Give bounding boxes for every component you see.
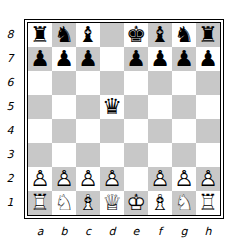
square-a4[interactable] (28, 119, 52, 143)
square-c1[interactable]: ♝♗ (76, 191, 100, 215)
white-knight: ♞♘ (52, 191, 76, 215)
square-f7[interactable]: ♟ (148, 47, 172, 71)
piece-glyph: ♝ (148, 23, 172, 47)
white-bishop: ♝♗ (148, 191, 172, 215)
square-b1[interactable]: ♞♘ (52, 191, 76, 215)
square-h7[interactable]: ♟ (196, 47, 220, 71)
piece-glyph: ♟ (172, 47, 196, 71)
rank-labels: 87654321 (2, 23, 18, 215)
chess-board-frame: ♜♞♝♚♝♞♜♟♟♟♟♟♟♟♛♟♙♟♙♟♙♟♙♟♙♟♙♟♙♜♖♞♘♝♗♛♕♚♔♝… (24, 19, 224, 219)
square-c2[interactable]: ♟♙ (76, 167, 100, 191)
piece-glyph: ♟ (28, 47, 52, 71)
square-a7[interactable]: ♟ (28, 47, 52, 71)
piece-glyph: ♘ (172, 191, 196, 215)
rank-label-7: 7 (2, 47, 18, 71)
black-pawn: ♟ (76, 47, 100, 71)
square-d5[interactable]: ♛ (100, 95, 124, 119)
file-label-b: b (52, 223, 76, 241)
square-g5[interactable] (172, 95, 196, 119)
piece-glyph: ♟ (124, 47, 148, 71)
black-pawn: ♟ (52, 47, 76, 71)
piece-glyph: ♔ (124, 191, 148, 215)
piece-glyph: ♟ (196, 47, 220, 71)
square-h1[interactable]: ♜♖ (196, 191, 220, 215)
piece-glyph: ♗ (148, 191, 172, 215)
piece-glyph: ♜ (196, 23, 220, 47)
white-pawn: ♟♙ (28, 167, 52, 191)
rank-label-2: 2 (2, 167, 18, 191)
square-a8[interactable]: ♜ (28, 23, 52, 47)
piece-glyph: ♚ (124, 23, 148, 47)
square-c3[interactable] (76, 143, 100, 167)
square-b5[interactable] (52, 95, 76, 119)
square-h8[interactable]: ♜ (196, 23, 220, 47)
piece-glyph: ♙ (172, 167, 196, 191)
piece-glyph: ♕ (100, 191, 124, 215)
square-b3[interactable] (52, 143, 76, 167)
square-d4[interactable] (100, 119, 124, 143)
square-f2[interactable]: ♟♙ (148, 167, 172, 191)
file-label-d: d (100, 223, 124, 241)
piece-glyph: ♙ (196, 167, 220, 191)
file-labels: abcdefgh (28, 223, 220, 241)
square-e5[interactable] (124, 95, 148, 119)
square-g8[interactable]: ♞ (172, 23, 196, 47)
chess-diagram: 87654321 ♜♞♝♚♝♞♜♟♟♟♟♟♟♟♛♟♙♟♙♟♙♟♙♟♙♟♙♟♙♜♖… (0, 0, 248, 248)
file-label-g: g (172, 223, 196, 241)
rank-label-8: 8 (2, 23, 18, 47)
square-h5[interactable] (196, 95, 220, 119)
square-h4[interactable] (196, 119, 220, 143)
black-pawn: ♟ (148, 47, 172, 71)
square-g4[interactable] (172, 119, 196, 143)
piece-glyph: ♗ (76, 191, 100, 215)
square-e4[interactable] (124, 119, 148, 143)
white-pawn: ♟♙ (196, 167, 220, 191)
piece-glyph: ♟ (52, 47, 76, 71)
piece-glyph: ♙ (76, 167, 100, 191)
white-pawn: ♟♙ (148, 167, 172, 191)
black-pawn: ♟ (124, 47, 148, 71)
white-bishop: ♝♗ (76, 191, 100, 215)
square-e2[interactable] (124, 167, 148, 191)
piece-glyph: ♛ (100, 95, 124, 119)
square-b8[interactable]: ♞ (52, 23, 76, 47)
white-queen: ♛♕ (100, 191, 124, 215)
piece-glyph: ♙ (52, 167, 76, 191)
square-f4[interactable] (148, 119, 172, 143)
white-pawn: ♟♙ (100, 167, 124, 191)
square-e7[interactable]: ♟ (124, 47, 148, 71)
square-h3[interactable] (196, 143, 220, 167)
white-pawn: ♟♙ (172, 167, 196, 191)
piece-glyph: ♞ (172, 23, 196, 47)
rank-label-6: 6 (2, 71, 18, 95)
square-c8[interactable]: ♝ (76, 23, 100, 47)
square-d6[interactable] (100, 71, 124, 95)
square-d8[interactable] (100, 23, 124, 47)
square-b6[interactable] (52, 71, 76, 95)
square-c7[interactable]: ♟ (76, 47, 100, 71)
square-g3[interactable] (172, 143, 196, 167)
file-label-f: f (148, 223, 172, 241)
black-bishop: ♝ (148, 23, 172, 47)
square-f1[interactable]: ♝♗ (148, 191, 172, 215)
square-h6[interactable] (196, 71, 220, 95)
rank-label-1: 1 (2, 191, 18, 215)
square-f6[interactable] (148, 71, 172, 95)
piece-glyph: ♙ (28, 167, 52, 191)
white-pawn: ♟♙ (76, 167, 100, 191)
square-c6[interactable] (76, 71, 100, 95)
white-pawn: ♟♙ (52, 167, 76, 191)
square-e6[interactable] (124, 71, 148, 95)
square-b7[interactable]: ♟ (52, 47, 76, 71)
square-f3[interactable] (148, 143, 172, 167)
square-d1[interactable]: ♛♕ (100, 191, 124, 215)
chess-board: ♜♞♝♚♝♞♜♟♟♟♟♟♟♟♛♟♙♟♙♟♙♟♙♟♙♟♙♟♙♜♖♞♘♝♗♛♕♚♔♝… (27, 22, 221, 216)
piece-glyph: ♟ (148, 47, 172, 71)
black-pawn: ♟ (172, 47, 196, 71)
file-label-a: a (28, 223, 52, 241)
square-a2[interactable]: ♟♙ (28, 167, 52, 191)
rank-label-4: 4 (2, 119, 18, 143)
piece-glyph: ♝ (76, 23, 100, 47)
piece-glyph: ♙ (148, 167, 172, 191)
square-e8[interactable]: ♚ (124, 23, 148, 47)
square-e1[interactable]: ♚♔ (124, 191, 148, 215)
white-rook: ♜♖ (28, 191, 52, 215)
black-queen: ♛ (100, 95, 124, 119)
piece-glyph: ♞ (52, 23, 76, 47)
square-g2[interactable]: ♟♙ (172, 167, 196, 191)
square-c4[interactable] (76, 119, 100, 143)
piece-glyph: ♜ (28, 23, 52, 47)
black-knight: ♞ (52, 23, 76, 47)
black-bishop: ♝ (76, 23, 100, 47)
piece-glyph: ♖ (196, 191, 220, 215)
square-d2[interactable]: ♟♙ (100, 167, 124, 191)
piece-glyph: ♖ (28, 191, 52, 215)
piece-glyph: ♘ (52, 191, 76, 215)
square-g6[interactable] (172, 71, 196, 95)
black-knight: ♞ (172, 23, 196, 47)
black-pawn: ♟ (196, 47, 220, 71)
rank-label-5: 5 (2, 95, 18, 119)
square-g7[interactable]: ♟ (172, 47, 196, 71)
file-label-e: e (124, 223, 148, 241)
square-a1[interactable]: ♜♖ (28, 191, 52, 215)
square-d7[interactable] (100, 47, 124, 71)
square-f8[interactable]: ♝ (148, 23, 172, 47)
black-rook: ♜ (28, 23, 52, 47)
square-f5[interactable] (148, 95, 172, 119)
white-knight: ♞♘ (172, 191, 196, 215)
white-rook: ♜♖ (196, 191, 220, 215)
white-king: ♚♔ (124, 191, 148, 215)
piece-glyph: ♙ (100, 167, 124, 191)
square-b2[interactable]: ♟♙ (52, 167, 76, 191)
black-pawn: ♟ (28, 47, 52, 71)
black-king: ♚ (124, 23, 148, 47)
piece-glyph: ♟ (76, 47, 100, 71)
square-e3[interactable] (124, 143, 148, 167)
square-d3[interactable] (100, 143, 124, 167)
file-label-h: h (196, 223, 220, 241)
square-a5[interactable] (28, 95, 52, 119)
rank-label-3: 3 (2, 143, 18, 167)
square-a3[interactable] (28, 143, 52, 167)
black-rook: ♜ (196, 23, 220, 47)
square-c5[interactable] (76, 95, 100, 119)
square-g1[interactable]: ♞♘ (172, 191, 196, 215)
square-h2[interactable]: ♟♙ (196, 167, 220, 191)
square-a6[interactable] (28, 71, 52, 95)
square-b4[interactable] (52, 119, 76, 143)
file-label-c: c (76, 223, 100, 241)
